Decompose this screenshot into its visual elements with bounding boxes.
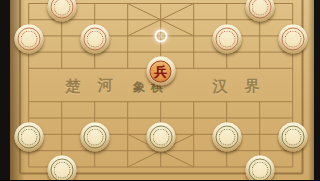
piece-hidden-black[interactable] (80, 123, 109, 152)
piece-back-ring-pattern (20, 129, 37, 146)
piece-back-ring-outer (17, 27, 40, 50)
piece-back-ring-outer (17, 126, 40, 149)
soldier-glyph: 兵 (154, 65, 167, 78)
piece-back-ring-pattern (284, 30, 301, 47)
piece-hidden-red[interactable] (80, 24, 109, 53)
piece-red-soldier[interactable]: 兵 (146, 57, 175, 86)
piece-back-ring-pattern (152, 129, 169, 146)
piece-back-ring-pattern (53, 0, 70, 15)
piece-hidden-red[interactable] (245, 0, 274, 21)
piece-back-ring-pattern (53, 162, 70, 179)
piece-back-ring-outer (83, 27, 106, 50)
piece-hidden-black[interactable] (14, 123, 43, 152)
piece-back-ring-pattern (218, 129, 235, 146)
pieces-layer: 兵 (0, 0, 320, 180)
piece-hidden-black[interactable] (146, 123, 175, 152)
piece-back-ring-pattern (251, 0, 268, 15)
piece-back-ring-outer (281, 126, 304, 149)
piece-back-ring-outer (248, 159, 271, 181)
piece-back-ring-outer (83, 126, 106, 149)
right-black-bar (314, 0, 320, 180)
piece-hidden-red[interactable] (47, 0, 76, 21)
piece-hidden-black[interactable] (212, 123, 241, 152)
piece-back-ring-outer (248, 0, 271, 18)
piece-hidden-black[interactable] (245, 156, 274, 181)
piece-hidden-red[interactable] (278, 24, 307, 53)
piece-hidden-black[interactable] (278, 123, 307, 152)
piece-back-ring-outer (215, 126, 238, 149)
piece-hidden-red[interactable] (14, 24, 43, 53)
piece-back-ring-outer (149, 126, 172, 149)
piece-back-ring-pattern (218, 30, 235, 47)
left-black-bar (0, 0, 10, 180)
piece-back-ring-pattern (284, 129, 301, 146)
piece-back-ring-outer (281, 27, 304, 50)
soldier-face: 兵 (150, 60, 172, 82)
piece-hidden-red[interactable] (212, 24, 241, 53)
piece-back-ring-pattern (251, 162, 268, 179)
piece-back-ring-pattern (86, 30, 103, 47)
piece-hidden-black[interactable] (47, 156, 76, 181)
game-screen: 楚 河 汉 界 象棋 兵 (0, 0, 320, 180)
piece-back-ring-outer (50, 0, 73, 18)
piece-back-ring-outer (50, 159, 73, 181)
piece-back-ring-pattern (20, 30, 37, 47)
piece-back-ring-pattern (86, 129, 103, 146)
last-move-marker (154, 29, 167, 42)
piece-back-ring-outer (215, 27, 238, 50)
